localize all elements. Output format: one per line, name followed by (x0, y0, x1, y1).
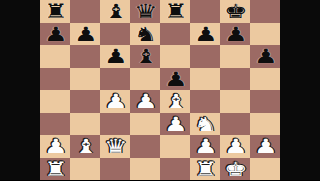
square-a8[interactable]: ♜ (40, 0, 70, 23)
square-c6[interactable]: ♟ (100, 45, 130, 68)
letterbox-right (280, 0, 320, 180)
square-c3[interactable] (100, 113, 130, 136)
square-b8[interactable] (70, 0, 100, 23)
piece-white-pawn: ♟ (164, 114, 188, 134)
square-f8[interactable] (190, 0, 220, 23)
square-c8[interactable]: ♝ (100, 0, 130, 23)
piece-white-bishop: ♝ (164, 91, 188, 111)
square-a4[interactable] (40, 90, 70, 113)
square-f1[interactable]: ♜ (190, 158, 220, 181)
square-h5[interactable] (250, 68, 280, 91)
square-a7[interactable]: ♟ (40, 23, 70, 46)
piece-black-pawn: ♟ (164, 69, 188, 89)
square-b5[interactable] (70, 68, 100, 91)
piece-black-pawn: ♟ (254, 46, 278, 66)
square-f3[interactable]: ♞ (190, 113, 220, 136)
square-e5[interactable]: ♟ (160, 68, 190, 91)
square-b6[interactable] (70, 45, 100, 68)
letterbox-left (0, 0, 40, 180)
square-d4[interactable]: ♟ (130, 90, 160, 113)
square-b3[interactable] (70, 113, 100, 136)
square-g3[interactable] (220, 113, 250, 136)
square-a2[interactable]: ♟ (40, 135, 70, 158)
square-a6[interactable] (40, 45, 70, 68)
piece-white-bishop: ♝ (74, 136, 98, 156)
square-e8[interactable]: ♜ (160, 0, 190, 23)
square-b2[interactable]: ♝ (70, 135, 100, 158)
square-e4[interactable]: ♝ (160, 90, 190, 113)
square-d8[interactable]: ♛ (130, 0, 160, 23)
video-frame: ♜♝♛♜♚♟♟♞♟♟♟♝♟♟♟♟♝♟♞♟♝♛♟♟♟♜♜♚ (0, 0, 320, 180)
square-d1[interactable] (130, 158, 160, 181)
square-f2[interactable]: ♟ (190, 135, 220, 158)
square-d7[interactable]: ♞ (130, 23, 160, 46)
square-d5[interactable] (130, 68, 160, 91)
square-h2[interactable]: ♟ (250, 135, 280, 158)
square-e6[interactable] (160, 45, 190, 68)
square-a3[interactable] (40, 113, 70, 136)
square-h4[interactable] (250, 90, 280, 113)
square-b1[interactable] (70, 158, 100, 181)
square-h8[interactable] (250, 0, 280, 23)
square-e1[interactable] (160, 158, 190, 181)
piece-white-king: ♚ (224, 159, 248, 179)
square-f7[interactable]: ♟ (190, 23, 220, 46)
piece-black-queen: ♛ (134, 1, 158, 21)
square-g6[interactable] (220, 45, 250, 68)
square-f4[interactable] (190, 90, 220, 113)
square-f6[interactable] (190, 45, 220, 68)
square-e2[interactable] (160, 135, 190, 158)
square-d6[interactable]: ♝ (130, 45, 160, 68)
square-c7[interactable] (100, 23, 130, 46)
piece-black-pawn: ♟ (224, 24, 248, 44)
square-c5[interactable] (100, 68, 130, 91)
square-h1[interactable] (250, 158, 280, 181)
square-g4[interactable] (220, 90, 250, 113)
piece-black-bishop: ♝ (134, 46, 158, 66)
piece-black-bishop: ♝ (104, 1, 128, 21)
piece-black-rook: ♜ (44, 1, 68, 21)
square-g8[interactable]: ♚ (220, 0, 250, 23)
square-h7[interactable] (250, 23, 280, 46)
piece-white-pawn: ♟ (44, 136, 68, 156)
piece-black-pawn: ♟ (74, 24, 98, 44)
piece-white-rook: ♜ (194, 159, 218, 179)
square-g7[interactable]: ♟ (220, 23, 250, 46)
piece-white-pawn: ♟ (194, 136, 218, 156)
square-h6[interactable]: ♟ (250, 45, 280, 68)
square-c1[interactable] (100, 158, 130, 181)
piece-black-king: ♚ (224, 1, 248, 21)
chess-board: ♜♝♛♜♚♟♟♞♟♟♟♝♟♟♟♟♝♟♞♟♝♛♟♟♟♜♜♚ (40, 0, 280, 180)
square-g5[interactable] (220, 68, 250, 91)
square-e3[interactable]: ♟ (160, 113, 190, 136)
square-d3[interactable] (130, 113, 160, 136)
square-g1[interactable]: ♚ (220, 158, 250, 181)
square-c4[interactable]: ♟ (100, 90, 130, 113)
square-h3[interactable] (250, 113, 280, 136)
square-b4[interactable] (70, 90, 100, 113)
piece-white-pawn: ♟ (254, 136, 278, 156)
square-a1[interactable]: ♜ (40, 158, 70, 181)
square-d2[interactable] (130, 135, 160, 158)
square-a5[interactable] (40, 68, 70, 91)
piece-black-pawn: ♟ (194, 24, 218, 44)
square-g2[interactable]: ♟ (220, 135, 250, 158)
piece-white-pawn: ♟ (134, 91, 158, 111)
square-b7[interactable]: ♟ (70, 23, 100, 46)
piece-white-knight: ♞ (194, 114, 218, 134)
piece-black-rook: ♜ (164, 1, 188, 21)
square-f5[interactable] (190, 68, 220, 91)
piece-black-pawn: ♟ (44, 24, 68, 44)
piece-white-pawn: ♟ (224, 136, 248, 156)
piece-white-pawn: ♟ (104, 91, 128, 111)
piece-black-knight: ♞ (134, 24, 158, 44)
piece-black-pawn: ♟ (104, 46, 128, 66)
piece-white-rook: ♜ (44, 159, 68, 179)
square-c2[interactable]: ♛ (100, 135, 130, 158)
piece-white-queen: ♛ (104, 136, 128, 156)
square-e7[interactable] (160, 23, 190, 46)
